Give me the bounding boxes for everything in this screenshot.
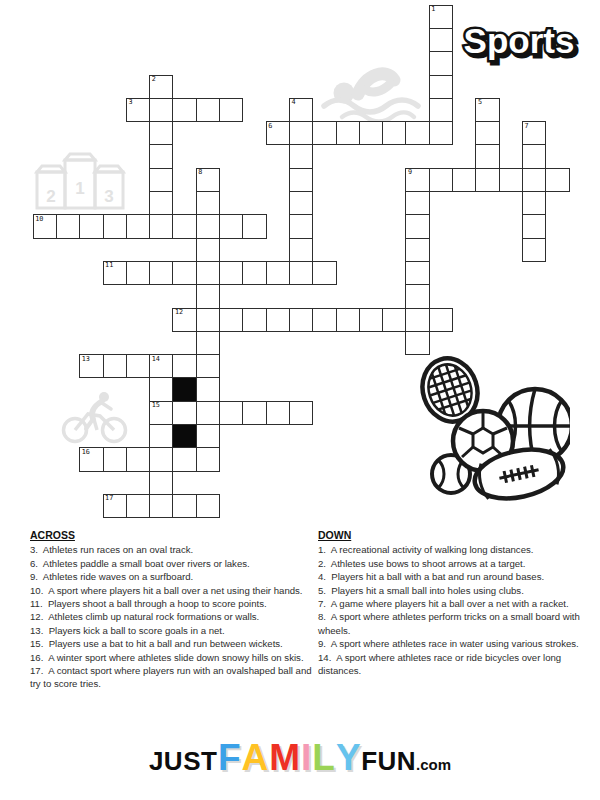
grid-cell[interactable]	[172, 214, 196, 238]
clue-item: 14. A sport where athletes race or ride …	[318, 651, 594, 678]
grid-cell[interactable]	[429, 75, 453, 99]
grid-cell[interactable]	[289, 238, 313, 262]
grid-cell[interactable]	[172, 354, 196, 378]
grid-cell[interactable]	[499, 168, 523, 192]
grid-cell[interactable]	[196, 401, 220, 425]
grid-cell[interactable]	[149, 214, 173, 238]
clue-item: 10. A sport where players hit a ball ove…	[30, 584, 319, 597]
grid-cell[interactable]	[172, 401, 196, 425]
grid-cell[interactable]	[289, 308, 313, 332]
clue-item: 7. A game where players hit a ball over …	[318, 597, 594, 610]
grid-cell[interactable]	[172, 261, 196, 285]
grid-cell[interactable]	[149, 144, 173, 168]
grid-cell[interactable]	[149, 191, 173, 215]
grid-cell[interactable]	[359, 121, 383, 145]
grid-cell[interactable]	[149, 261, 173, 285]
clue-number: 5	[478, 99, 482, 107]
grid-cell[interactable]	[382, 121, 406, 145]
grid-cell[interactable]	[405, 191, 429, 215]
grid-cell[interactable]: 10	[33, 214, 57, 238]
justfamilyfun-logo: JUST FAMILY FUN .com	[0, 737, 600, 779]
grid-cell[interactable]: 4	[289, 98, 313, 122]
grid-cell[interactable]: 3	[126, 98, 150, 122]
grid-cell[interactable]: 7	[522, 121, 546, 145]
grid-cell[interactable]: 5	[475, 98, 499, 122]
grid-cell[interactable]	[219, 214, 243, 238]
grid-cell[interactable]	[149, 447, 173, 471]
logo-family-letter: M	[269, 737, 301, 778]
grid-cell[interactable]	[149, 98, 173, 122]
grid-cell[interactable]	[475, 121, 499, 145]
grid-cell[interactable]	[429, 121, 453, 145]
grid-cell[interactable]	[312, 121, 336, 145]
grid-cell[interactable]	[242, 308, 266, 332]
grid-cell[interactable]	[382, 308, 406, 332]
grid-cell[interactable]	[405, 121, 429, 145]
down-clues: DOWN 1. A recreational activity of walki…	[318, 529, 594, 677]
clue-item: 11. Players shoot a ball through a hoop …	[30, 597, 319, 610]
grid-cell[interactable]	[149, 377, 173, 401]
grid-cell[interactable]	[103, 447, 127, 471]
grid-cell[interactable]	[196, 494, 220, 518]
grid-cell[interactable]	[266, 261, 290, 285]
grid-cell[interactable]: 2	[149, 75, 173, 99]
clue-number: 17	[105, 495, 113, 503]
grid-cell[interactable]	[196, 354, 220, 378]
grid-cell[interactable]	[219, 308, 243, 332]
grid-cell[interactable]	[312, 308, 336, 332]
grid-cell[interactable]	[196, 447, 220, 471]
grid-cell[interactable]	[405, 238, 429, 262]
grid-cell[interactable]	[196, 331, 220, 355]
grid-cell[interactable]	[336, 121, 360, 145]
grid-cell[interactable]: 15	[149, 401, 173, 425]
clue-number: 10	[35, 216, 43, 224]
grid-cell[interactable]	[242, 214, 266, 238]
grid-cell[interactable]	[196, 261, 220, 285]
grid-cell[interactable]	[126, 354, 150, 378]
grid-cell[interactable]	[429, 168, 453, 192]
logo-just-text: JUST	[149, 746, 217, 777]
logo-family-text: FAMILY	[217, 737, 361, 779]
logo-family-letter: I	[301, 737, 312, 778]
clue-item: 5. Players hit a small ball into holes u…	[318, 584, 594, 597]
across-header: ACROSS	[30, 529, 319, 542]
down-header: DOWN	[318, 529, 594, 542]
grid-cell[interactable]	[405, 284, 429, 308]
grid-cell[interactable]: 11	[103, 261, 127, 285]
clue-item: 6. Athletes paddle a small boat over riv…	[30, 557, 319, 570]
logo-family-letter: L	[312, 737, 336, 778]
grid-cell[interactable]	[405, 214, 429, 238]
clue-number: 8	[198, 169, 202, 177]
grid-cell[interactable]: 9	[405, 168, 429, 192]
across-clues: ACROSS 3. Athletes run races on an oval …	[30, 529, 319, 691]
grid-cell[interactable]	[522, 168, 546, 192]
grid-cell[interactable]	[196, 238, 220, 262]
grid-cell[interactable]	[242, 261, 266, 285]
grid-cell[interactable]	[522, 214, 546, 238]
grid-cell[interactable]	[149, 424, 173, 448]
grid-cell[interactable]	[149, 494, 173, 518]
grid-cell[interactable]	[429, 51, 453, 75]
grid-cell[interactable]	[429, 98, 453, 122]
grid-cell[interactable]	[126, 261, 150, 285]
grid-cell[interactable]	[219, 261, 243, 285]
clue-number: 6	[268, 123, 272, 131]
clue-number: 13	[82, 356, 90, 364]
grid-cell[interactable]: 13	[79, 354, 103, 378]
grid-cell[interactable]	[289, 214, 313, 238]
grid-cell[interactable]	[196, 214, 220, 238]
clue-number: 14	[152, 356, 160, 364]
across-clue-list: 3. Athletes run races on an oval track.6…	[30, 543, 319, 690]
grid-cell[interactable]	[196, 424, 220, 448]
grid-cell[interactable]	[289, 261, 313, 285]
clue-number: 1	[431, 6, 435, 14]
grid-cell[interactable]	[126, 447, 150, 471]
clue-item: 8. A sport where athletes perform tricks…	[318, 610, 594, 637]
grid-cell[interactable]	[266, 308, 290, 332]
black-cell	[172, 377, 196, 401]
clue-number: 9	[408, 169, 412, 177]
grid-cell[interactable]	[149, 471, 173, 495]
grid-cell[interactable]	[242, 401, 266, 425]
logo-family-letter: F	[217, 737, 241, 778]
grid-cell[interactable]	[405, 331, 429, 355]
grid-cell[interactable]	[196, 191, 220, 215]
grid-cell[interactable]: 6	[266, 121, 290, 145]
clue-item: 1. A recreational activity of walking lo…	[318, 543, 594, 556]
grid-cell[interactable]	[475, 144, 499, 168]
grid-cell[interactable]	[219, 98, 243, 122]
grid-cell[interactable]	[289, 191, 313, 215]
grid-cell[interactable]	[405, 308, 429, 332]
grid-cell[interactable]	[172, 494, 196, 518]
clue-number: 12	[175, 309, 183, 317]
grid-cell[interactable]	[289, 401, 313, 425]
clue-item: 16. A winter sport where athletes slide …	[30, 651, 319, 664]
grid-cell[interactable]	[522, 238, 546, 262]
black-cell	[172, 424, 196, 448]
clue-number: 11	[105, 262, 113, 270]
grid-cell[interactable]	[289, 144, 313, 168]
logo-family-letter: Y	[335, 737, 361, 778]
clue-number: 16	[82, 449, 90, 457]
grid-cell[interactable]	[103, 214, 127, 238]
grid-cell[interactable]	[196, 308, 220, 332]
grid-cell[interactable]	[522, 144, 546, 168]
logo-family-letter: A	[241, 737, 269, 778]
clue-item: 4. Players hit a ball with a bat and run…	[318, 570, 594, 583]
crossword-page: 1 2 3	[0, 0, 600, 800]
grid-cell[interactable]	[196, 98, 220, 122]
grid-cell[interactable]: 14	[149, 354, 173, 378]
grid-cell[interactable]	[172, 98, 196, 122]
grid-cell[interactable]	[312, 261, 336, 285]
grid-cell[interactable]: 8	[196, 168, 220, 192]
clue-number: 15	[152, 402, 160, 410]
grid-cell[interactable]	[103, 354, 127, 378]
grid-cell[interactable]	[475, 168, 499, 192]
crossword-grid[interactable]: 1234567891011121314151617	[33, 5, 570, 519]
grid-cell[interactable]: 17	[103, 494, 127, 518]
grid-cell[interactable]	[56, 214, 80, 238]
down-clue-list: 1. A recreational activity of walking lo…	[318, 543, 594, 677]
grid-cell[interactable]	[545, 168, 569, 192]
grid-cell[interactable]	[149, 121, 173, 145]
grid-cell[interactable]	[359, 308, 383, 332]
grid-cell[interactable]	[172, 447, 196, 471]
grid-cell[interactable]	[196, 377, 220, 401]
grid-cell[interactable]	[289, 121, 313, 145]
grid-cell[interactable]	[405, 261, 429, 285]
grid-cell[interactable]	[289, 168, 313, 192]
grid-cell[interactable]	[452, 168, 476, 192]
clue-item: 12. Athletes climb up natural rock forma…	[30, 610, 319, 623]
grid-cell[interactable]: 16	[79, 447, 103, 471]
clue-number: 3	[128, 99, 132, 107]
grid-cell[interactable]	[522, 191, 546, 215]
grid-cell[interactable]	[429, 28, 453, 52]
grid-cell[interactable]	[149, 168, 173, 192]
grid-cell[interactable]	[429, 308, 453, 332]
grid-cell[interactable]	[219, 401, 243, 425]
grid-cell[interactable]	[126, 214, 150, 238]
clue-number: 7	[524, 123, 528, 131]
grid-cell[interactable]: 1	[429, 5, 453, 29]
grid-cell[interactable]	[79, 214, 103, 238]
clue-number: 2	[152, 76, 156, 84]
clue-item: 2. Athletes use bows to shoot arrows at …	[318, 557, 594, 570]
grid-cell[interactable]	[266, 401, 290, 425]
grid-cell[interactable]	[126, 494, 150, 518]
clue-item: 17. A contact sport where players run wi…	[30, 664, 319, 691]
clue-item: 9. A sport where athletes race in water …	[318, 637, 594, 650]
clue-item: 3. Athletes run races on an oval track.	[30, 543, 319, 556]
clue-number: 4	[291, 99, 295, 107]
logo-fun-text: FUN	[361, 746, 416, 777]
grid-cell[interactable]	[336, 308, 360, 332]
clue-item: 9. Athletes ride waves on a surfboard.	[30, 570, 319, 583]
clue-item: 15. Players use a bat to hit a ball and …	[30, 637, 319, 650]
grid-cell[interactable]	[196, 284, 220, 308]
grid-cell[interactable]: 12	[172, 308, 196, 332]
logo-com-text: .com	[416, 756, 451, 773]
clue-item: 13. Players kick a ball to score goals i…	[30, 624, 319, 637]
